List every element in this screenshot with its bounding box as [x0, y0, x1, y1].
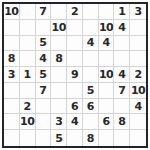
puzzle-page: 1072131010454484831591042757102664103468…	[0, 0, 150, 150]
cell-r8c1[interactable]	[4, 114, 20, 130]
cell-r7c3[interactable]	[36, 99, 52, 115]
cell-r9c3[interactable]	[36, 130, 52, 146]
cell-r9c1[interactable]	[4, 130, 20, 146]
cell-r5c5[interactable]: 9	[67, 67, 83, 83]
cell-r2c3[interactable]	[36, 20, 52, 36]
cell-r2c2[interactable]	[20, 20, 36, 36]
cell-r1c6[interactable]	[83, 4, 99, 20]
cell-r8c6[interactable]	[83, 114, 99, 130]
cell-r8c3[interactable]	[36, 114, 52, 130]
cell-r2c6[interactable]	[83, 20, 99, 36]
cell-r9c6[interactable]: 8	[83, 130, 99, 146]
cell-r7c5[interactable]: 6	[67, 99, 83, 115]
cell-r6c6[interactable]: 5	[83, 83, 99, 99]
cell-r4c5[interactable]	[67, 51, 83, 67]
cell-r5c9[interactable]: 2	[130, 67, 146, 83]
cell-r6c9[interactable]: 10	[130, 83, 146, 99]
cell-r9c9[interactable]	[130, 130, 146, 146]
cell-r6c8[interactable]: 7	[114, 83, 130, 99]
cell-r2c1[interactable]	[4, 20, 20, 36]
cell-r3c9[interactable]	[130, 36, 146, 52]
cell-r8c5[interactable]: 4	[67, 114, 83, 130]
cell-r7c8[interactable]	[114, 99, 130, 115]
cell-r4c6[interactable]	[83, 51, 99, 67]
cell-r6c4[interactable]	[51, 83, 67, 99]
cell-r1c3[interactable]: 7	[36, 4, 52, 20]
cell-r1c7[interactable]	[99, 4, 115, 20]
cell-r8c9[interactable]	[130, 114, 146, 130]
cell-r4c4[interactable]: 8	[51, 51, 67, 67]
cell-r9c7[interactable]	[99, 130, 115, 146]
cell-r2c9[interactable]	[130, 20, 146, 36]
cell-r3c7[interactable]: 4	[99, 36, 115, 52]
cell-r8c2[interactable]: 10	[20, 114, 36, 130]
cell-r3c1[interactable]	[4, 36, 20, 52]
cell-r1c5[interactable]: 2	[67, 4, 83, 20]
cell-r4c2[interactable]	[20, 51, 36, 67]
cell-r1c4[interactable]	[51, 4, 67, 20]
cell-r5c3[interactable]: 5	[36, 67, 52, 83]
cell-r1c8[interactable]: 1	[114, 4, 130, 20]
cell-r9c5[interactable]	[67, 130, 83, 146]
cell-r9c8[interactable]	[114, 130, 130, 146]
cell-r6c7[interactable]	[99, 83, 115, 99]
cell-r4c9[interactable]	[130, 51, 146, 67]
cell-r7c4[interactable]	[51, 99, 67, 115]
cell-r4c3[interactable]: 4	[36, 51, 52, 67]
cell-r6c1[interactable]	[4, 83, 20, 99]
cell-r3c3[interactable]: 5	[36, 36, 52, 52]
cell-r5c4[interactable]	[51, 67, 67, 83]
cell-r4c7[interactable]	[99, 51, 115, 67]
cell-r2c5[interactable]	[67, 20, 83, 36]
cell-r7c7[interactable]	[99, 99, 115, 115]
cell-r3c4[interactable]	[51, 36, 67, 52]
cell-r2c7[interactable]: 10	[99, 20, 115, 36]
cell-r3c6[interactable]: 4	[83, 36, 99, 52]
puzzle-board: 1072131010454484831591042757102664103468…	[2, 2, 148, 148]
cell-r7c1[interactable]	[4, 99, 20, 115]
cell-r4c8[interactable]	[114, 51, 130, 67]
cell-r1c2[interactable]	[20, 4, 36, 20]
cell-r1c1[interactable]: 10	[4, 4, 20, 20]
cell-r9c4[interactable]: 5	[51, 130, 67, 146]
cell-r2c4[interactable]: 10	[51, 20, 67, 36]
cell-r8c8[interactable]: 8	[114, 114, 130, 130]
cell-r5c1[interactable]: 3	[4, 67, 20, 83]
cell-r7c6[interactable]: 6	[83, 99, 99, 115]
cell-r8c4[interactable]: 3	[51, 114, 67, 130]
cell-r8c7[interactable]: 6	[99, 114, 115, 130]
cell-r3c5[interactable]	[67, 36, 83, 52]
cell-r6c3[interactable]: 7	[36, 83, 52, 99]
cell-r3c2[interactable]	[20, 36, 36, 52]
cell-r5c2[interactable]: 1	[20, 67, 36, 83]
cell-r9c2[interactable]	[20, 130, 36, 146]
cell-r7c2[interactable]: 2	[20, 99, 36, 115]
cell-r4c1[interactable]: 8	[4, 51, 20, 67]
cell-r1c9[interactable]: 3	[130, 4, 146, 20]
cell-r6c5[interactable]	[67, 83, 83, 99]
cell-r7c9[interactable]: 4	[130, 99, 146, 115]
cell-r5c7[interactable]: 10	[99, 67, 115, 83]
cell-r2c8[interactable]: 4	[114, 20, 130, 36]
cell-r3c8[interactable]	[114, 36, 130, 52]
cell-r6c2[interactable]	[20, 83, 36, 99]
cell-r5c6[interactable]	[83, 67, 99, 83]
cell-r5c8[interactable]: 4	[114, 67, 130, 83]
